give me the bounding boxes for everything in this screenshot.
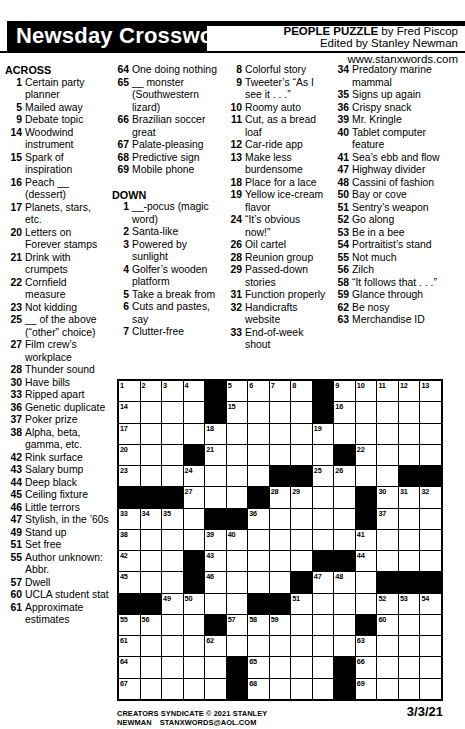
clue-text: Crispy snack	[352, 102, 458, 115]
white-square-r2c3[interactable]	[162, 402, 183, 422]
white-square-r1c7[interactable]: 6	[248, 381, 269, 401]
white-square-r13c15[interactable]	[420, 636, 441, 656]
clue-text: Rink surface	[25, 452, 109, 465]
white-square-r2c14[interactable]	[399, 402, 420, 422]
white-square-r4c5[interactable]: 21	[205, 445, 226, 465]
white-square-r9c12[interactable]: 44	[356, 551, 377, 571]
white-square-r3c1[interactable]: 17	[119, 424, 140, 444]
white-square-r9c7[interactable]	[248, 551, 269, 571]
white-square-r4c9[interactable]	[291, 445, 312, 465]
white-square-r3c2[interactable]	[141, 424, 162, 444]
white-square-r4c12[interactable]: 22	[356, 445, 377, 465]
clue-down-62: 62Be nosy	[332, 302, 458, 315]
white-square-r2c11[interactable]: 16	[334, 402, 355, 422]
white-square-r4c2[interactable]	[141, 445, 162, 465]
clue-across-21: 21Drink with crumpets	[5, 252, 109, 277]
white-square-r8c3[interactable]	[162, 530, 183, 550]
white-square-r1c13[interactable]: 11	[377, 381, 398, 401]
white-square-r8c8[interactable]	[270, 530, 291, 550]
white-square-r13c9[interactable]	[291, 636, 312, 656]
white-square-r2c13[interactable]	[377, 402, 398, 422]
footer: CREATORS SYNDICATE © 2021 STANLEY NEWMAN…	[117, 704, 443, 727]
clue-number: 62	[332, 302, 349, 315]
cell-number: 60	[378, 615, 386, 624]
white-square-r14c2[interactable]	[141, 657, 162, 677]
white-square-r15c3[interactable]	[162, 679, 183, 699]
clue-number: 2	[112, 226, 129, 239]
white-square-r8c13[interactable]	[377, 530, 398, 550]
white-square-r5c3[interactable]	[162, 466, 183, 486]
clue-number: 59	[332, 289, 349, 302]
white-square-r12c7[interactable]: 58	[248, 615, 269, 635]
white-square-r13c13[interactable]	[377, 636, 398, 656]
white-square-r8c11[interactable]	[334, 530, 355, 550]
cell-number: 16	[335, 402, 343, 411]
cell-number: 67	[120, 679, 128, 688]
white-square-r15c12[interactable]: 69	[356, 679, 377, 699]
white-square-r14c10[interactable]	[313, 657, 334, 677]
clue-down-31: 31Function properly	[225, 289, 328, 302]
clue-number: 11	[225, 114, 242, 139]
black-square-r11c1	[119, 594, 140, 614]
white-square-r11c10[interactable]	[313, 594, 334, 614]
clue-across-20: 20Letters on Forever stamps	[5, 227, 109, 252]
white-square-r11c4[interactable]: 50	[184, 594, 205, 614]
clue-text: Cornfield measure	[25, 277, 109, 302]
white-square-r7c13[interactable]: 37	[377, 509, 398, 529]
white-square-r4c10[interactable]	[313, 445, 334, 465]
white-square-r4c14[interactable]	[399, 445, 420, 465]
clue-across-57: 57Dwell	[5, 577, 109, 590]
white-square-r11c9[interactable]: 51	[291, 594, 312, 614]
clue-across-28: 28Thunder sound	[5, 364, 109, 377]
white-square-r13c10[interactable]	[313, 636, 334, 656]
clue-across-22: 22Cornfield measure	[5, 277, 109, 302]
white-square-r3c9[interactable]	[291, 424, 312, 444]
clue-text: Peach __ (dessert)	[25, 177, 109, 202]
white-square-r2c15[interactable]	[420, 402, 441, 422]
white-square-r11c11[interactable]	[334, 594, 355, 614]
white-square-r4c6[interactable]	[227, 445, 248, 465]
white-square-r15c7[interactable]: 68	[248, 679, 269, 699]
black-square-r5c9	[291, 466, 312, 486]
cell-number: 34	[142, 509, 150, 518]
white-square-r5c10[interactable]: 25	[313, 466, 334, 486]
white-square-r10c12[interactable]	[356, 572, 377, 592]
white-square-r3c15[interactable]	[420, 424, 441, 444]
white-square-r6c10[interactable]	[313, 487, 334, 507]
white-square-r13c14[interactable]	[399, 636, 420, 656]
clue-column-1: ACROSS1Certain party planner5Mailed away…	[5, 64, 109, 627]
white-square-r4c8[interactable]	[270, 445, 291, 465]
clue-down-59: 59Glance through	[332, 289, 458, 302]
clue-text: __-pocus (magic word)	[132, 201, 220, 226]
white-square-r11c6[interactable]	[227, 594, 248, 614]
white-square-r13c4[interactable]	[184, 636, 205, 656]
clue-number: 55	[332, 252, 349, 265]
cell-number: 44	[357, 551, 365, 560]
white-square-r8c2[interactable]	[141, 530, 162, 550]
white-square-r6c13[interactable]: 30	[377, 487, 398, 507]
white-square-r10c10[interactable]: 47	[313, 572, 334, 592]
cell-number: 35	[163, 509, 171, 518]
clue-text: Thunder sound	[25, 364, 109, 377]
clue-down-5: 5Take a break from	[112, 289, 220, 302]
clue-across-44: 44Deep black	[5, 477, 109, 490]
white-square-r10c11[interactable]: 48	[334, 572, 355, 592]
white-square-r13c8[interactable]	[270, 636, 291, 656]
white-square-r14c7[interactable]: 65	[248, 657, 269, 677]
black-square-r15c6	[227, 679, 248, 699]
white-square-r13c3[interactable]	[162, 636, 183, 656]
clue-down-7: 7Clutter-free	[112, 326, 220, 339]
white-square-r3c14[interactable]	[399, 424, 420, 444]
cell-number: 55	[120, 615, 128, 624]
white-square-r12c10[interactable]	[313, 615, 334, 635]
cell-number: 38	[120, 530, 128, 539]
white-square-r14c12[interactable]: 66	[356, 657, 377, 677]
white-square-r11c12[interactable]	[356, 594, 377, 614]
cell-number: 48	[335, 572, 343, 581]
white-square-r11c15[interactable]: 54	[420, 594, 441, 614]
white-square-r8c9[interactable]	[291, 530, 312, 550]
clue-number: 65	[112, 77, 129, 115]
white-square-r15c15[interactable]	[420, 679, 441, 699]
white-square-r15c2[interactable]	[141, 679, 162, 699]
clue-text: Poker prize	[25, 414, 109, 427]
white-square-r14c1[interactable]: 64	[119, 657, 140, 677]
white-square-r6c8[interactable]: 28	[270, 487, 291, 507]
white-square-r9c2[interactable]	[141, 551, 162, 571]
white-square-r11c13[interactable]: 52	[377, 594, 398, 614]
white-square-r5c2[interactable]	[141, 466, 162, 486]
cell-number: 15	[228, 402, 236, 411]
white-square-r5c5[interactable]	[205, 466, 226, 486]
white-square-r7c8[interactable]	[270, 509, 291, 529]
white-square-r2c4[interactable]	[184, 402, 205, 422]
clue-text: Letters on Forever stamps	[25, 227, 109, 252]
white-square-r5c4[interactable]: 24	[184, 466, 205, 486]
white-square-r2c1[interactable]: 14	[119, 402, 140, 422]
black-square-r7c6	[227, 509, 248, 529]
clue-down-48: 48Cassini of fashion	[332, 177, 458, 190]
white-square-r1c3[interactable]: 3	[162, 381, 183, 401]
clue-across-25: 25__ of the above (“other” choice)	[5, 314, 109, 339]
white-square-r11c14[interactable]: 53	[399, 594, 420, 614]
white-square-r10c2[interactable]	[141, 572, 162, 592]
clue-text: Bay or cove	[352, 189, 458, 202]
clue-number: 14	[5, 127, 22, 152]
white-square-r3c5[interactable]: 18	[205, 424, 226, 444]
white-square-r13c1[interactable]: 61	[119, 636, 140, 656]
white-square-r7c3[interactable]: 35	[162, 509, 183, 529]
white-square-r5c7[interactable]	[248, 466, 269, 486]
cell-number: 40	[228, 530, 236, 539]
cell-number: 10	[357, 381, 365, 390]
white-square-r4c1[interactable]: 20	[119, 445, 140, 465]
white-square-r7c9[interactable]	[291, 509, 312, 529]
black-square-r10c13	[377, 572, 398, 592]
white-square-r6c14[interactable]: 31	[399, 487, 420, 507]
white-square-r9c15[interactable]	[420, 551, 441, 571]
white-square-r15c9[interactable]	[291, 679, 312, 699]
black-square-r5c8	[270, 466, 291, 486]
copyright-text: CREATORS SYNDICATE © 2021 STANLEY NEWMAN…	[117, 709, 407, 727]
black-square-r10c4	[184, 572, 205, 592]
white-square-r6c15[interactable]: 32	[420, 487, 441, 507]
white-square-r10c8[interactable]	[270, 572, 291, 592]
white-square-r7c1[interactable]: 33	[119, 509, 140, 529]
black-square-r10c14	[399, 572, 420, 592]
white-square-r1c2[interactable]: 2	[141, 381, 162, 401]
clue-across-64: 64One doing nothing	[112, 64, 220, 77]
white-square-r10c1[interactable]: 45	[119, 572, 140, 592]
clue-text: Glance through	[352, 289, 458, 302]
white-square-r4c13[interactable]	[377, 445, 398, 465]
cell-number: 50	[185, 594, 193, 603]
white-square-r8c5[interactable]: 39	[205, 530, 226, 550]
clue-text: Predatory marine mammal	[352, 64, 458, 89]
white-square-r8c14[interactable]	[399, 530, 420, 550]
white-square-r3c8[interactable]	[270, 424, 291, 444]
clue-text: Stand up	[25, 527, 109, 540]
white-square-r12c13[interactable]: 60	[377, 615, 398, 635]
white-square-r2c8[interactable]	[270, 402, 291, 422]
white-square-r11c5[interactable]	[205, 594, 226, 614]
white-square-r2c2[interactable]	[141, 402, 162, 422]
white-square-r8c7[interactable]	[248, 530, 269, 550]
cell-number: 58	[249, 615, 257, 624]
white-square-r10c7[interactable]	[248, 572, 269, 592]
clue-across-23: 23Not kidding	[5, 302, 109, 315]
white-square-r14c3[interactable]	[162, 657, 183, 677]
white-square-r6c5[interactable]	[205, 487, 226, 507]
clue-across-5: 5Mailed away	[5, 102, 109, 115]
white-square-r15c14[interactable]	[399, 679, 420, 699]
black-square-r7c5	[205, 509, 226, 529]
white-square-r9c13[interactable]	[377, 551, 398, 571]
white-square-r7c14[interactable]	[399, 509, 420, 529]
white-square-r6c9[interactable]: 29	[291, 487, 312, 507]
clue-number: 31	[225, 289, 242, 302]
white-square-r6c6[interactable]	[227, 487, 248, 507]
white-square-r8c10[interactable]	[313, 530, 334, 550]
white-square-r15c8[interactable]	[270, 679, 291, 699]
white-square-r3c3[interactable]	[162, 424, 183, 444]
white-square-r5c6[interactable]	[227, 466, 248, 486]
clue-number: 53	[332, 227, 349, 240]
cell-number: 45	[120, 572, 128, 581]
white-square-r12c4[interactable]	[184, 615, 205, 635]
white-square-r5c12[interactable]	[356, 466, 377, 486]
white-square-r7c11[interactable]	[334, 509, 355, 529]
white-square-r8c12[interactable]: 41	[356, 530, 377, 550]
clue-text: Have bills	[25, 377, 109, 390]
clue-number: 43	[5, 464, 22, 477]
clue-section-down: DOWN1__-pocus (magic word)2Santa-like3Po…	[112, 189, 220, 339]
white-square-r1c4[interactable]: 4	[184, 381, 205, 401]
white-square-r14c15[interactable]	[420, 657, 441, 677]
cell-number: 49	[163, 594, 171, 603]
white-square-r14c13[interactable]	[377, 657, 398, 677]
clue-number: 42	[5, 452, 22, 465]
white-square-r9c3[interactable]	[162, 551, 183, 571]
clue-number: 52	[332, 214, 349, 227]
white-square-r12c3[interactable]	[162, 615, 183, 635]
clue-text: Little terrors	[25, 502, 109, 515]
clue-number: 9	[5, 114, 22, 127]
cell-number: 29	[292, 487, 300, 496]
white-square-r10c5[interactable]: 46	[205, 572, 226, 592]
white-square-r14c14[interactable]	[399, 657, 420, 677]
white-square-r4c7[interactable]	[248, 445, 269, 465]
white-square-r7c15[interactable]	[420, 509, 441, 529]
clue-down-12: 12Car-ride app	[225, 139, 328, 152]
white-square-r11c3[interactable]: 49	[162, 594, 183, 614]
white-square-r13c12[interactable]: 63	[356, 636, 377, 656]
white-square-r14c4[interactable]	[184, 657, 205, 677]
clue-column-4: 34Predatory marine mammal35Signs up agai…	[332, 64, 458, 327]
clue-number: 24	[225, 214, 242, 239]
clue-across-68: 68Predictive sign	[112, 152, 220, 165]
white-square-r6c4[interactable]: 27	[184, 487, 205, 507]
white-square-r12c14[interactable]	[399, 615, 420, 635]
clue-number: 69	[112, 164, 129, 177]
white-square-r1c12[interactable]: 10	[356, 381, 377, 401]
clue-down-51: 51Sentry’s weapon	[332, 202, 458, 215]
white-square-r12c1[interactable]: 55	[119, 615, 140, 635]
white-square-r9c6[interactable]	[227, 551, 248, 571]
white-square-r13c7[interactable]	[248, 636, 269, 656]
white-square-r7c4[interactable]	[184, 509, 205, 529]
white-square-r1c8[interactable]: 7	[270, 381, 291, 401]
white-square-r15c1[interactable]: 67	[119, 679, 140, 699]
white-square-r3c6[interactable]	[227, 424, 248, 444]
clue-across-16: 16Peach __ (dessert)	[5, 177, 109, 202]
white-square-r15c13[interactable]	[377, 679, 398, 699]
white-square-r8c15[interactable]	[420, 530, 441, 550]
white-square-r2c9[interactable]	[291, 402, 312, 422]
white-square-r1c14[interactable]: 12	[399, 381, 420, 401]
cell-number: 24	[185, 466, 193, 475]
white-square-r14c9[interactable]	[291, 657, 312, 677]
clue-down-18: 18Place for a lace	[225, 177, 328, 190]
white-square-r13c5[interactable]: 62	[205, 636, 226, 656]
black-square-r6c12	[356, 487, 377, 507]
white-square-r8c4[interactable]	[184, 530, 205, 550]
white-square-r3c7[interactable]	[248, 424, 269, 444]
white-square-r4c3[interactable]	[162, 445, 183, 465]
white-square-r3c4[interactable]	[184, 424, 205, 444]
white-square-r13c2[interactable]	[141, 636, 162, 656]
white-square-r9c14[interactable]	[399, 551, 420, 571]
white-square-r12c15[interactable]	[420, 615, 441, 635]
clue-text: Drink with crumpets	[25, 252, 109, 277]
white-square-r4c15[interactable]	[420, 445, 441, 465]
clue-text: Stylish, in the ’60s	[25, 514, 109, 527]
clue-number: 47	[5, 514, 22, 527]
white-square-r9c1[interactable]: 42	[119, 551, 140, 571]
white-square-r13c6[interactable]	[227, 636, 248, 656]
clue-text: Mailed away	[25, 102, 109, 115]
clue-text: Film crew’s workplace	[25, 339, 109, 364]
black-square-r11c2	[141, 594, 162, 614]
white-square-r14c5[interactable]	[205, 657, 226, 677]
white-square-r1c1[interactable]: 1	[119, 381, 140, 401]
clue-across-9: 9Debate topic	[5, 114, 109, 127]
white-square-r13c11[interactable]	[334, 636, 355, 656]
white-square-r9c9[interactable]	[291, 551, 312, 571]
white-square-r15c10[interactable]	[313, 679, 334, 699]
cell-number: 25	[314, 466, 322, 475]
white-square-r2c7[interactable]	[248, 402, 269, 422]
white-square-r12c2[interactable]: 56	[141, 615, 162, 635]
clue-number: 19	[225, 189, 242, 214]
white-square-r7c2[interactable]: 34	[141, 509, 162, 529]
clue-section-across: ACROSS1Certain party planner5Mailed away…	[5, 64, 109, 627]
clue-down-55: 55Not much	[332, 252, 458, 265]
white-square-r9c5[interactable]: 43	[205, 551, 226, 571]
white-square-r15c4[interactable]	[184, 679, 205, 699]
white-square-r5c1[interactable]: 23	[119, 466, 140, 486]
white-square-r5c13[interactable]	[377, 466, 398, 486]
clue-down-53: 53Be in a bee	[332, 227, 458, 240]
clue-down-39: 39Mr. Kringle	[332, 114, 458, 127]
clue-down-36: 36Crispy snack	[332, 102, 458, 115]
white-square-r12c6[interactable]: 57	[227, 615, 248, 635]
white-square-r7c7[interactable]: 36	[248, 509, 269, 529]
white-square-r12c8[interactable]: 59	[270, 615, 291, 635]
clue-down-58: 58“It follows that . . .”	[332, 277, 458, 290]
clue-across-38: 38Alpha, beta, gamma, etc.	[5, 427, 109, 452]
white-square-r8c1[interactable]: 38	[119, 530, 140, 550]
white-square-r12c11[interactable]	[334, 615, 355, 635]
clue-text: Go along	[352, 214, 458, 227]
white-square-r14c8[interactable]	[270, 657, 291, 677]
clue-down-26: 26Oil cartel	[225, 239, 328, 252]
white-square-r7c10[interactable]	[313, 509, 334, 529]
white-square-r10c6[interactable]	[227, 572, 248, 592]
white-square-r6c11[interactable]	[334, 487, 355, 507]
white-square-r1c9[interactable]: 8	[291, 381, 312, 401]
white-square-r12c9[interactable]	[291, 615, 312, 635]
white-square-r3c11[interactable]	[334, 424, 355, 444]
white-square-r8c6[interactable]: 40	[227, 530, 248, 550]
clue-across-30: 30Have bills	[5, 377, 109, 390]
white-square-r2c6[interactable]: 15	[227, 402, 248, 422]
black-square-r1c5	[205, 381, 226, 401]
clue-text: Reunion group	[245, 252, 328, 265]
white-square-r3c10[interactable]: 19	[313, 424, 334, 444]
clue-number: 7	[112, 326, 129, 339]
white-square-r3c12[interactable]	[356, 424, 377, 444]
clue-across-47: 47Stylish, in the ’60s	[5, 514, 109, 527]
white-square-r1c15[interactable]: 13	[420, 381, 441, 401]
black-square-r7c12	[356, 509, 377, 529]
black-square-r9c11	[334, 551, 355, 571]
white-square-r15c5[interactable]	[205, 679, 226, 699]
white-square-r1c11[interactable]: 9	[334, 381, 355, 401]
white-square-r1c6[interactable]: 5	[227, 381, 248, 401]
clue-down-35: 35Signs up again	[332, 89, 458, 102]
white-square-r10c3[interactable]	[162, 572, 183, 592]
clue-text: Genetic duplicate	[25, 402, 109, 415]
white-square-r5c11[interactable]: 26	[334, 466, 355, 486]
white-square-r3c13[interactable]	[377, 424, 398, 444]
white-square-r2c12[interactable]	[356, 402, 377, 422]
clue-text: Not much	[352, 252, 458, 265]
white-square-r9c8[interactable]	[270, 551, 291, 571]
